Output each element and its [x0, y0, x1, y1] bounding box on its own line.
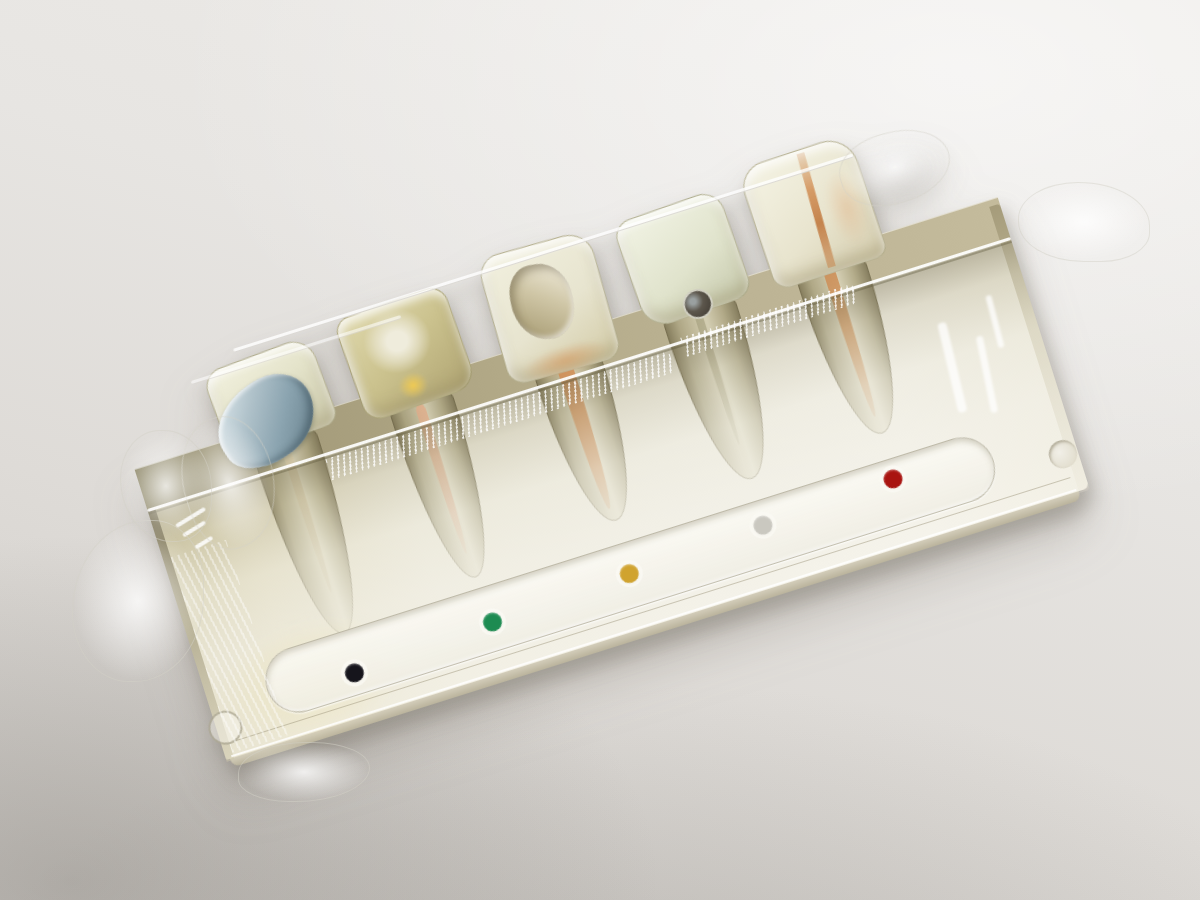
wrap-blob-top-right — [1018, 182, 1150, 262]
photo-canvas — [0, 0, 1200, 900]
acrylic-block — [94, 68, 1092, 767]
wrap-blob-bottom — [238, 742, 370, 802]
wrap-blob-left — [72, 520, 204, 682]
